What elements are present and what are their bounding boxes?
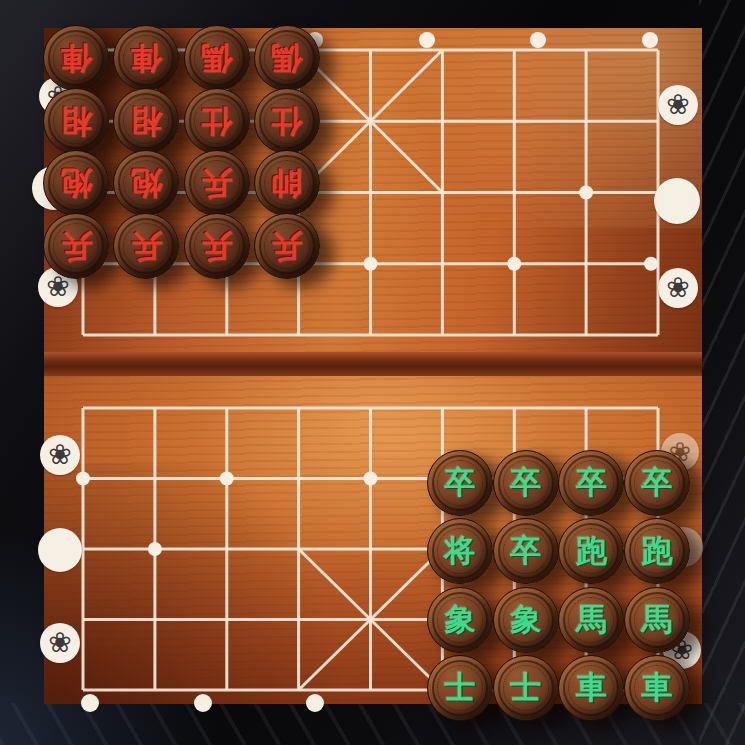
piece-red-soldier[interactable]: 兵 xyxy=(184,150,250,216)
piece-glyph: 兵 xyxy=(61,225,92,267)
piece-green-general[interactable]: 将 xyxy=(427,518,493,584)
piece-green-horse[interactable]: 馬 xyxy=(558,587,624,653)
piece-red-elephant[interactable]: 相 xyxy=(43,88,109,154)
piece-red-chariot[interactable]: 俥 xyxy=(113,25,179,91)
piece-red-chariot[interactable]: 俥 xyxy=(43,25,109,91)
piece-glyph: 馬 xyxy=(576,599,607,641)
piece-glyph: 卒 xyxy=(576,462,607,504)
piece-green-advisor[interactable]: 士 xyxy=(493,655,559,721)
plum-blossom-ornament: ❀ xyxy=(40,623,80,663)
plum-blossom-icon: ❀ xyxy=(48,629,71,657)
piece-red-soldier[interactable]: 兵 xyxy=(254,213,320,279)
piece-green-advisor[interactable]: 士 xyxy=(427,655,493,721)
piece-glyph: 兵 xyxy=(201,225,232,267)
piece-red-cannon[interactable]: 炮 xyxy=(113,150,179,216)
piece-green-soldier[interactable]: 卒 xyxy=(427,450,493,516)
piece-glyph: 馬 xyxy=(642,599,673,641)
piece-glyph: 車 xyxy=(642,667,673,709)
piece-red-horse[interactable]: 傌 xyxy=(254,25,320,91)
plum-blossom-icon: ❀ xyxy=(666,91,689,119)
frame-dot xyxy=(81,694,99,712)
piece-red-cannon[interactable]: 炮 xyxy=(43,150,109,216)
xiangqi-board-photo: ❀❀❀❀❀❀❀❀ 俥俥傌傌相相仕仕炮炮兵帥兵兵兵兵卒卒卒卒将卒跑跑象象馬馬士士車… xyxy=(0,0,745,745)
piece-glyph: 兵 xyxy=(131,225,162,267)
piece-red-general[interactable]: 帥 xyxy=(254,150,320,216)
piece-green-soldier[interactable]: 卒 xyxy=(558,450,624,516)
frame-dot xyxy=(306,694,324,712)
piece-glyph: 俥 xyxy=(131,37,162,79)
piece-green-elephant[interactable]: 象 xyxy=(427,587,493,653)
circle-ornament xyxy=(38,528,82,572)
piece-glyph: 兵 xyxy=(271,225,302,267)
piece-red-elephant[interactable]: 相 xyxy=(113,88,179,154)
frame-dot xyxy=(642,32,658,48)
plum-blossom-ornament: ❀ xyxy=(40,435,80,475)
frame-dot xyxy=(194,694,212,712)
piece-glyph: 仕 xyxy=(201,100,232,142)
frame-dot xyxy=(419,32,435,48)
piece-glyph: 炮 xyxy=(131,162,162,204)
piece-green-chariot[interactable]: 車 xyxy=(624,655,690,721)
piece-glyph: 将 xyxy=(445,530,476,572)
light-glow xyxy=(362,28,702,228)
piece-glyph: 士 xyxy=(445,667,476,709)
piece-glyph: 跑 xyxy=(576,530,607,572)
piece-green-elephant[interactable]: 象 xyxy=(493,587,559,653)
piece-glyph: 卒 xyxy=(642,462,673,504)
piece-glyph: 炮 xyxy=(61,162,92,204)
piece-red-soldier[interactable]: 兵 xyxy=(43,213,109,279)
piece-glyph: 相 xyxy=(131,100,162,142)
piece-glyph: 卒 xyxy=(445,462,476,504)
frame-dot xyxy=(530,32,546,48)
piece-glyph: 象 xyxy=(445,599,476,641)
piece-red-soldier[interactable]: 兵 xyxy=(184,213,250,279)
piece-glyph: 帥 xyxy=(271,162,302,204)
piece-glyph: 傌 xyxy=(271,37,302,79)
piece-green-soldier[interactable]: 卒 xyxy=(493,518,559,584)
piece-red-advisor[interactable]: 仕 xyxy=(184,88,250,154)
piece-glyph: 卒 xyxy=(510,462,541,504)
piece-glyph: 象 xyxy=(510,599,541,641)
piece-red-advisor[interactable]: 仕 xyxy=(254,88,320,154)
piece-green-cannon[interactable]: 跑 xyxy=(624,518,690,584)
piece-glyph: 俥 xyxy=(61,37,92,79)
piece-green-cannon[interactable]: 跑 xyxy=(558,518,624,584)
piece-green-soldier[interactable]: 卒 xyxy=(493,450,559,516)
plum-blossom-icon: ❀ xyxy=(48,441,71,469)
piece-glyph: 兵 xyxy=(201,162,232,204)
piece-red-soldier[interactable]: 兵 xyxy=(113,213,179,279)
piece-green-soldier[interactable]: 卒 xyxy=(624,450,690,516)
plum-blossom-ornament: ❀ xyxy=(658,85,698,125)
piece-glyph: 卒 xyxy=(510,530,541,572)
piece-glyph: 車 xyxy=(576,667,607,709)
plum-blossom-ornament: ❀ xyxy=(658,268,698,308)
piece-red-horse[interactable]: 傌 xyxy=(184,25,250,91)
piece-glyph: 跑 xyxy=(642,530,673,572)
piece-glyph: 傌 xyxy=(201,37,232,79)
piece-green-horse[interactable]: 馬 xyxy=(624,587,690,653)
shadow-patch xyxy=(44,464,364,704)
piece-glyph: 相 xyxy=(61,100,92,142)
circle-ornament xyxy=(654,178,700,224)
plum-blossom-icon: ❀ xyxy=(666,274,689,302)
piece-glyph: 仕 xyxy=(271,100,302,142)
piece-glyph: 士 xyxy=(510,667,541,709)
piece-green-chariot[interactable]: 車 xyxy=(558,655,624,721)
